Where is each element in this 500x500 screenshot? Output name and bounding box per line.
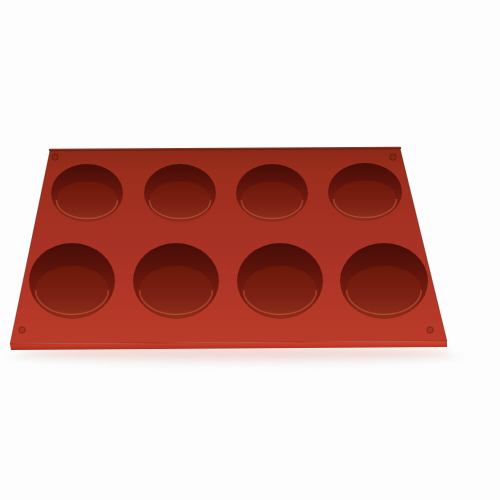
corner-dimple xyxy=(390,154,396,160)
cavity-r1-c1 xyxy=(51,164,123,222)
table-reflection xyxy=(7,347,463,365)
corner-dimple xyxy=(427,327,433,333)
corner-dimple xyxy=(52,154,58,160)
cavity-r1-c2 xyxy=(144,164,216,222)
cavity-r2-c3 xyxy=(237,243,323,319)
product-photo xyxy=(0,0,500,500)
cavity-r1-c4 xyxy=(328,163,402,221)
cavity-r2-c2 xyxy=(133,243,219,319)
cavity-r2-c4 xyxy=(340,243,428,319)
corner-dimple xyxy=(19,327,25,333)
baking-mold-scene xyxy=(0,0,500,500)
cavity-r1-c3 xyxy=(236,164,308,222)
cavity-r2-c1 xyxy=(29,243,115,319)
